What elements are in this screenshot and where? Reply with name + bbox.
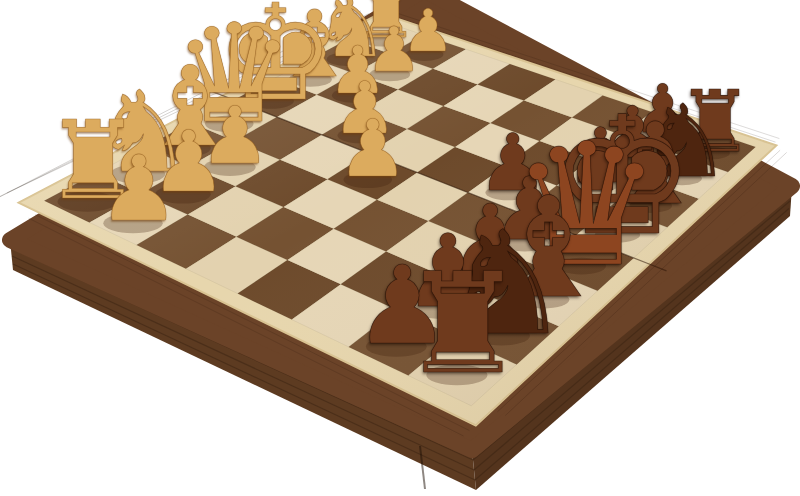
piece-white-pawn-d4[interactable]: ♟ [337,113,408,186]
piece-black-rook-a8[interactable]: ♜ [401,260,526,388]
chess-set-photo: ♜♟♞♟♝♟♚♛♟♟♝♜♟♟♞♞♟♟♟♟♜♝♟♚♟♛♟♝♟♞♟♜ [0,0,800,496]
piece-white-pawn-a2[interactable]: ♟ [98,147,179,230]
